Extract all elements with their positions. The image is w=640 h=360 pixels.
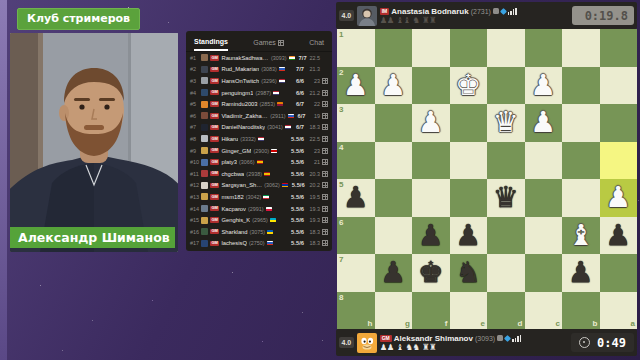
row-rating: (3062)	[264, 182, 280, 188]
row-rating: (3041)	[267, 124, 283, 130]
row-tiebreak: 22	[306, 101, 320, 107]
row-avatar	[201, 135, 208, 142]
square-e4[interactable]	[450, 142, 488, 180]
row-rating: (2987)	[255, 90, 271, 96]
square-h8[interactable]: 8h	[337, 292, 375, 330]
bottom-captured-pieces: ♟♟ ♝ ♞♞ ♜♜	[380, 343, 568, 352]
row-flag-icon	[266, 207, 272, 211]
tab-games[interactable]: Games	[253, 32, 284, 51]
square-h6[interactable]: 6	[337, 217, 375, 255]
standings-row[interactable]: #2GMRud_Makarian(3083)7/721.3	[186, 64, 332, 76]
standings-row[interactable]: #16GMSharkland(3075)5.5/618.3	[186, 226, 332, 238]
standings-row[interactable]: #11GMchgcbwa(2938)5.5/620.3	[186, 168, 332, 180]
piece-white-pawn: ♟	[605, 179, 631, 217]
row-rank: #6	[190, 113, 199, 119]
row-score: 6/7	[298, 113, 306, 119]
piece-white-pawn: ♟	[530, 67, 556, 105]
rank-label: 1	[339, 31, 343, 39]
bottom-player-rating: (3093)	[475, 335, 495, 342]
row-rank: #4	[190, 90, 199, 96]
row-avatar	[201, 240, 208, 247]
piece-black-queen: ♛	[493, 179, 519, 217]
row-rank: #14	[190, 206, 199, 212]
row-tiebreak: 21.2	[306, 90, 320, 96]
row-title-badge: GM	[210, 194, 219, 200]
row-flag-icon	[263, 195, 269, 199]
row-tiebreak: 19	[308, 113, 320, 119]
rank-label: 3	[339, 106, 343, 114]
piece-white-bishop: ♝	[568, 217, 594, 255]
row-avatar	[201, 170, 208, 177]
square-f1[interactable]	[412, 29, 450, 67]
square-g6[interactable]	[375, 217, 413, 255]
row-player-name[interactable]: Rud_Makarian	[221, 66, 259, 72]
piece-white-pawn: ♟	[530, 104, 556, 142]
row-rank: #12	[190, 182, 199, 188]
row-title-badge: GM	[210, 241, 219, 247]
row-player-name[interactable]: Sharkland	[221, 229, 247, 235]
rank-label: 5	[339, 181, 343, 189]
row-avatar	[201, 77, 208, 84]
piece-white-king: ♚	[455, 67, 481, 105]
row-player-name[interactable]: Genghis_K	[221, 217, 250, 223]
square-b7[interactable]: ♟	[562, 254, 600, 292]
row-rating: (3066)	[239, 159, 255, 165]
row-flag-icon	[279, 79, 285, 83]
row-tiebreak: 19.5	[306, 194, 320, 200]
row-avatar	[201, 205, 208, 212]
file-label: c	[556, 320, 560, 328]
row-avatar	[201, 182, 208, 189]
row-score: 5.5/6	[292, 182, 305, 188]
square-e8[interactable]: e	[450, 292, 488, 330]
membership-icon	[493, 8, 499, 14]
standings-row[interactable]: #12GMSargsyan_Shant(3062)5.5/620.2	[186, 180, 332, 192]
row-score: 5.5/6	[291, 229, 304, 235]
row-rank: #1	[190, 55, 199, 61]
row-flag-icon	[258, 137, 264, 141]
square-d1[interactable]	[487, 29, 525, 67]
row-rating: (2911)	[270, 113, 285, 119]
row-rank: #3	[190, 78, 199, 84]
watch-game-icon[interactable]	[322, 206, 328, 212]
row-avatar	[201, 66, 208, 73]
row-rank: #11	[190, 171, 199, 177]
background-sparkles	[0, 0, 1, 1]
row-score: 7/7	[296, 66, 304, 72]
tab-standings-label: Standings	[194, 38, 228, 45]
row-tiebreak: 20.3	[306, 171, 320, 177]
square-d7[interactable]	[487, 254, 525, 292]
row-title-badge: GM	[210, 171, 219, 177]
row-tiebreak: 19.3	[306, 217, 320, 223]
row-score: 5.5/6	[291, 136, 304, 142]
row-tiebreak: 23	[306, 78, 320, 84]
row-score: 5.5/6	[291, 159, 304, 165]
row-score: 6/7	[296, 124, 304, 130]
row-avatar	[201, 217, 208, 224]
watch-game-icon[interactable]	[322, 113, 328, 119]
row-rank: #16	[190, 229, 199, 235]
row-title-badge: GM	[210, 148, 219, 154]
row-score: 6/6	[296, 90, 304, 96]
tab-chat[interactable]: Chat	[309, 32, 324, 51]
row-avatar	[201, 193, 208, 200]
row-title-badge: GM	[210, 78, 219, 84]
row-score: 6/7	[296, 101, 304, 107]
row-score: 7/7	[299, 55, 307, 61]
watch-game-icon[interactable]	[322, 240, 328, 246]
row-title-badge: GM	[210, 67, 219, 73]
standings-row[interactable]: #1GMRaunakSadhwani2005(3093)7/722.5	[186, 52, 332, 64]
file-label: b	[593, 320, 598, 328]
square-c2[interactable]: ♟	[525, 67, 563, 105]
row-title-badge: GM	[210, 136, 219, 142]
file-label: a	[631, 320, 635, 328]
row-tiebreak: 21.3	[306, 66, 320, 72]
square-f6[interactable]: ♟	[412, 217, 450, 255]
row-tiebreak: 19.3	[306, 206, 320, 212]
row-flag-icon	[288, 114, 294, 118]
row-player-name[interactable]: Vladimir_Zakhartsov	[221, 113, 268, 119]
row-title-badge: GM	[210, 217, 219, 223]
bottom-match-score: 4.0	[339, 337, 354, 348]
row-rank: #8	[190, 136, 199, 142]
row-rating: (3296)	[261, 78, 277, 84]
square-e5[interactable]	[450, 179, 488, 217]
row-title-badge: GM	[210, 113, 219, 119]
row-player-name[interactable]: platy3	[221, 159, 236, 165]
square-a5[interactable]: ♟	[600, 179, 638, 217]
row-flag-icon	[267, 241, 273, 245]
row-tiebreak: 18.3	[306, 229, 320, 235]
watch-game-icon[interactable]	[322, 217, 328, 223]
row-score: 5.5/6	[291, 171, 304, 177]
standings-row[interactable]: #14GMKacparov(2991)5.5/619.3	[186, 203, 332, 215]
square-h7[interactable]: 7	[337, 254, 375, 292]
row-score: 5.5/6	[291, 194, 304, 200]
top-player-bar: 4.0 IM Anastasia Bodnaruk (2731) ♟♟ ♝♝ ♞…	[336, 2, 637, 29]
piece-white-pawn: ♟	[380, 67, 406, 105]
piece-black-pawn: ♟	[418, 217, 444, 255]
tab-games-label: Games	[253, 39, 276, 46]
tab-standings[interactable]: Standings	[194, 32, 228, 51]
square-g3[interactable]	[375, 104, 413, 142]
piece-white-pawn: ♟	[343, 67, 369, 105]
standings-row[interactable]: #9GMGinger_GM(2900)5.5/623	[186, 145, 332, 157]
file-label: f	[445, 320, 448, 328]
rank-label: 4	[339, 144, 343, 152]
row-rank: #5	[190, 101, 199, 107]
row-player-name[interactable]: Hikaru	[221, 136, 238, 142]
square-d6[interactable]	[487, 217, 525, 255]
standings-row[interactable]: #17GMlachesisQ(2750)5.5/618.3	[186, 238, 332, 250]
standings-row[interactable]: #3GMHansOnTwitch(3296)6/623	[186, 75, 332, 87]
row-rating: (2853)	[260, 101, 276, 107]
games-grid-icon	[278, 40, 284, 46]
standings-row[interactable]: #7GMDanielNaroditsky(3041)6/718.3	[186, 122, 332, 134]
row-score: 5.5/6	[291, 240, 304, 246]
watch-game-icon[interactable]	[322, 124, 328, 130]
standings-tabs: Standings Games Chat	[186, 32, 332, 52]
square-b4[interactable]	[562, 142, 600, 180]
top-player-title-badge: IM	[380, 8, 390, 15]
square-a1[interactable]	[600, 29, 638, 67]
row-score: 5.5/6	[291, 206, 304, 212]
watch-game-icon[interactable]	[322, 90, 328, 96]
square-e7[interactable]: ♞	[450, 254, 488, 292]
row-flag-icon	[282, 183, 288, 187]
square-d8[interactable]: d	[487, 292, 525, 330]
row-rank: #7	[190, 124, 199, 130]
square-b8[interactable]: b	[562, 292, 600, 330]
row-flag-icon	[270, 218, 276, 222]
bottom-player-avatar[interactable]	[357, 333, 377, 353]
row-flag-icon	[285, 125, 291, 129]
rank-label: 8	[339, 294, 343, 302]
square-f7[interactable]: ♚	[412, 254, 450, 292]
row-rank: #15	[190, 217, 199, 223]
membership-icon	[497, 335, 503, 341]
row-score: 5.5/6	[291, 148, 304, 154]
row-avatar	[201, 101, 208, 108]
row-tiebreak: 20.2	[307, 182, 320, 188]
row-tiebreak: 18.3	[306, 124, 320, 130]
square-d4[interactable]	[487, 142, 525, 180]
piece-white-pawn: ♟	[418, 104, 444, 142]
row-tiebreak: 21	[306, 159, 320, 165]
connection-signal-icon	[508, 8, 517, 15]
square-h4[interactable]: 4	[337, 142, 375, 180]
row-flag-icon	[277, 102, 283, 106]
row-flag-icon	[264, 172, 270, 176]
piece-black-pawn: ♟	[380, 254, 406, 292]
piece-black-pawn: ♟	[605, 217, 631, 255]
square-f8[interactable]: f	[412, 292, 450, 330]
watch-game-icon[interactable]	[322, 182, 328, 188]
row-rating: (3042)	[246, 194, 262, 200]
square-b5[interactable]	[562, 179, 600, 217]
row-title-badge: GM	[210, 229, 219, 235]
piece-black-king: ♚	[418, 254, 444, 292]
standings-row[interactable]: #10GMplaty3(3066)5.5/621	[186, 156, 332, 168]
streamer-portrait	[10, 33, 178, 252]
square-c4[interactable]	[525, 142, 563, 180]
file-label: e	[481, 320, 485, 328]
watch-game-icon[interactable]	[322, 194, 328, 200]
diamond-member-icon	[504, 334, 511, 341]
row-flag-icon	[279, 67, 285, 71]
row-player-name[interactable]: Sargsyan_Shant	[221, 182, 262, 188]
square-b1[interactable]	[562, 29, 600, 67]
square-e1[interactable]	[450, 29, 488, 67]
piece-white-queen: ♛	[493, 104, 519, 142]
file-label: g	[405, 320, 410, 328]
rank-label: 2	[339, 69, 343, 77]
standings-row[interactable]: #6GMVladimir_Zakhartsov(2911)6/719	[186, 110, 332, 122]
piece-black-pawn: ♟	[343, 179, 369, 217]
rank-label: 7	[339, 256, 343, 264]
watch-game-icon[interactable]	[322, 148, 328, 154]
row-player-name[interactable]: lachesisQ	[221, 240, 246, 246]
top-captured-pieces: ♟♟ ♝♝ ♞ ♜♜	[380, 16, 569, 25]
square-a2[interactable]	[600, 67, 638, 105]
square-c8[interactable]: c	[525, 292, 563, 330]
file-label: d	[518, 320, 523, 328]
rank-label: 6	[339, 219, 343, 227]
square-b3[interactable]	[562, 104, 600, 142]
row-tiebreak: 22.5	[306, 136, 320, 142]
top-match-score: 4.0	[339, 10, 354, 21]
standings-row[interactable]: #5GMRamindu2003(2853)6/722	[186, 98, 332, 110]
row-rank: #17	[190, 240, 199, 246]
row-rating: (3093)	[271, 55, 287, 61]
watch-game-icon[interactable]	[322, 229, 328, 235]
standings-panel: Standings Games Chat #1GMRaunakSadhwani2…	[186, 31, 332, 251]
row-avatar	[201, 112, 208, 119]
row-title-badge: GM	[210, 90, 219, 96]
standings-row[interactable]: #15GMGenghis_K(2965)5.5/619.3	[186, 214, 332, 226]
row-avatar	[201, 54, 208, 61]
watch-game-icon[interactable]	[322, 136, 328, 142]
bottom-player-title-badge: GM	[380, 335, 392, 342]
row-flag-icon	[273, 91, 279, 95]
square-f5[interactable]	[412, 179, 450, 217]
square-h1[interactable]: 1	[337, 29, 375, 67]
square-a4[interactable]	[600, 142, 638, 180]
tab-chat-label: Chat	[309, 39, 324, 46]
row-player-name[interactable]: msm182	[221, 194, 243, 200]
row-player-name[interactable]: Kacparov	[221, 206, 246, 212]
bottom-player-bar: 4.0 GM Aleksandr Shimanov (3093) ♟♟ ♝ ♞♞…	[336, 329, 637, 356]
row-player-name[interactable]: chgcbwa	[221, 171, 244, 177]
row-avatar	[201, 147, 208, 154]
row-title-badge: GM	[210, 183, 219, 189]
row-rating: (2991)	[248, 206, 264, 212]
row-avatar	[201, 159, 208, 166]
chess-board: 12♟♟♚♟3♟♛♟45♟♛♟6♟♟♝♟7♟♚♞♟8hgfedcba	[337, 29, 637, 329]
row-title-badge: GM	[210, 125, 219, 131]
row-flag-icon	[271, 149, 277, 153]
square-e6[interactable]: ♟	[450, 217, 488, 255]
file-label: h	[368, 320, 373, 328]
bottom-player-clock: 0:49	[571, 333, 634, 352]
square-g2[interactable]: ♟	[375, 67, 413, 105]
square-c5[interactable]	[525, 179, 563, 217]
row-flag-icon	[257, 160, 263, 164]
square-b2[interactable]	[562, 67, 600, 105]
row-player-name[interactable]: Ramindu2003	[221, 101, 257, 107]
square-c3[interactable]: ♟	[525, 104, 563, 142]
top-player-rating: (2731)	[471, 8, 491, 15]
row-player-name[interactable]: Ginger_GM	[221, 148, 251, 154]
connection-signal-icon	[512, 335, 521, 342]
square-e2[interactable]: ♚	[450, 67, 488, 105]
square-f4[interactable]	[412, 142, 450, 180]
row-tiebreak: 22.5	[309, 55, 320, 61]
row-player-name[interactable]: RaunakSadhwani2005	[221, 55, 269, 61]
square-f2[interactable]	[412, 67, 450, 105]
square-a8[interactable]: a	[600, 292, 638, 330]
club-badge: Клуб стримеров	[17, 8, 140, 30]
row-avatar	[201, 124, 208, 131]
row-rating: (3083)	[261, 66, 277, 72]
piece-black-pawn: ♟	[568, 254, 594, 292]
clock-icon	[579, 337, 590, 348]
row-player-name[interactable]: penguingm1	[221, 90, 253, 96]
top-player-clock: 0:19.8	[572, 6, 634, 25]
row-player-name[interactable]: DanielNaroditsky	[221, 124, 265, 130]
square-g8[interactable]: g	[375, 292, 413, 330]
watch-game-icon[interactable]	[322, 159, 328, 165]
row-tiebreak: 23	[306, 148, 320, 154]
row-title-badge: GM	[210, 55, 219, 61]
row-title-badge: GM	[210, 101, 219, 107]
standings-rows: #1GMRaunakSadhwani2005(3093)7/722.5#2GMR…	[186, 52, 332, 249]
square-g4[interactable]	[375, 142, 413, 180]
row-avatar	[201, 228, 208, 235]
top-player-info: IM Anastasia Bodnaruk (2731) ♟♟ ♝♝ ♞ ♜♜	[380, 6, 569, 25]
row-rank: #10	[190, 159, 199, 165]
square-a7[interactable]	[600, 254, 638, 292]
watch-game-icon[interactable]	[322, 171, 328, 177]
left-edge-strip	[0, 0, 7, 360]
standings-row[interactable]: #8GMHikaru(3332)5.5/622.5	[186, 133, 332, 145]
piece-black-knight: ♞	[455, 254, 481, 292]
square-h2[interactable]: 2♟	[337, 67, 375, 105]
watch-game-icon[interactable]	[322, 78, 328, 84]
square-c7[interactable]	[525, 254, 563, 292]
square-g1[interactable]	[375, 29, 413, 67]
square-a6[interactable]: ♟	[600, 217, 638, 255]
row-rank: #2	[190, 66, 199, 72]
square-e3[interactable]	[450, 104, 488, 142]
row-rating: (3332)	[240, 136, 256, 142]
square-d5[interactable]: ♛	[487, 179, 525, 217]
square-g5[interactable]	[375, 179, 413, 217]
square-c6[interactable]	[525, 217, 563, 255]
row-rank: #13	[190, 194, 199, 200]
watch-game-icon[interactable]	[322, 101, 328, 107]
square-b6[interactable]: ♝	[562, 217, 600, 255]
square-d2[interactable]	[487, 67, 525, 105]
square-c1[interactable]	[525, 29, 563, 67]
streamer-name-label: Александр Шиманов	[10, 227, 175, 248]
row-score: 6/6	[296, 78, 304, 84]
square-g7[interactable]: ♟	[375, 254, 413, 292]
row-title-badge: GM	[210, 159, 219, 165]
row-flag-icon	[289, 56, 295, 60]
row-title-badge: GM	[210, 206, 219, 212]
row-rating: (3075)	[250, 229, 266, 235]
row-rating: (2900)	[253, 148, 269, 154]
square-f3[interactable]: ♟	[412, 104, 450, 142]
row-tiebreak: 18.3	[306, 240, 320, 246]
piece-black-pawn: ♟	[455, 217, 481, 255]
square-a3[interactable]	[600, 104, 638, 142]
standings-row[interactable]: #4GMpenguingm1(2987)6/621.2	[186, 87, 332, 99]
row-rating: (2965)	[252, 217, 268, 223]
row-player-name[interactable]: HansOnTwitch	[221, 78, 259, 84]
square-h5[interactable]: 5♟	[337, 179, 375, 217]
row-rating: (2750)	[249, 240, 265, 246]
diamond-member-icon	[500, 7, 507, 14]
square-d3[interactable]: ♛	[487, 104, 525, 142]
bottom-player-info: GM Aleksandr Shimanov (3093) ♟♟ ♝ ♞♞ ♜♜	[380, 333, 568, 352]
top-player-avatar[interactable]	[357, 6, 377, 26]
standings-row[interactable]: #13GMmsm182(3042)5.5/619.5	[186, 191, 332, 203]
square-h3[interactable]: 3	[337, 104, 375, 142]
